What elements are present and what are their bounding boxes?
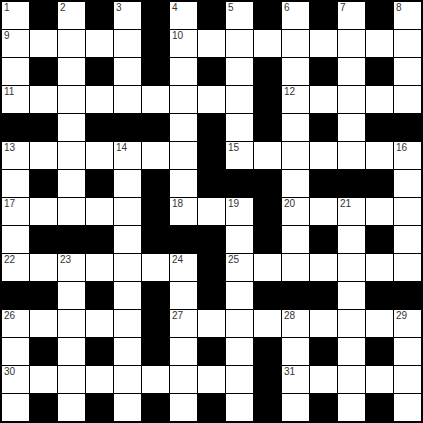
clue-number-16: 16: [396, 142, 407, 154]
black-cell-r4-c10: [254, 86, 281, 113]
clue-number-18: 18: [172, 198, 183, 210]
white-cell-r8-c2[interactable]: [30, 198, 57, 225]
clue-number-8: 8: [396, 2, 402, 14]
white-cell-r4-c8[interactable]: [198, 86, 225, 113]
white-cell-r4-c14[interactable]: [366, 86, 393, 113]
white-cell-r6-c9[interactable]: 15: [226, 142, 253, 169]
black-cell-r5-c15: [394, 114, 421, 141]
white-cell-r8-c3[interactable]: [58, 198, 85, 225]
black-cell-r5-c4: [86, 114, 113, 141]
white-cell-r4-c1[interactable]: 11: [2, 86, 29, 113]
white-cell-r3-c7[interactable]: [170, 58, 197, 85]
black-cell-r15-c14: [366, 394, 393, 421]
white-cell-r4-c6[interactable]: [142, 86, 169, 113]
clue-number-28: 28: [284, 310, 295, 322]
black-cell-r9-c2: [30, 226, 57, 253]
white-cell-r1-c15[interactable]: 8: [394, 2, 421, 29]
white-cell-r6-c15[interactable]: 16: [394, 142, 421, 169]
black-cell-r5-c5: [114, 114, 141, 141]
crossword-grid: 1234567891011121314151617181920212223242…: [0, 0, 423, 423]
white-cell-r12-c4[interactable]: [86, 310, 113, 337]
black-cell-r11-c11: [282, 282, 309, 309]
white-cell-r5-c13[interactable]: [338, 114, 365, 141]
white-cell-r8-c1[interactable]: 17: [2, 198, 29, 225]
black-cell-r7-c6: [142, 170, 169, 197]
white-cell-r6-c13[interactable]: [338, 142, 365, 169]
white-cell-r6-c11[interactable]: [282, 142, 309, 169]
white-cell-r5-c9[interactable]: [226, 114, 253, 141]
white-cell-r12-c7[interactable]: 27: [170, 310, 197, 337]
white-cell-r2-c1[interactable]: 9: [2, 30, 29, 57]
white-cell-r6-c10[interactable]: [254, 142, 281, 169]
white-cell-r2-c14[interactable]: [366, 30, 393, 57]
clue-number-30: 30: [4, 366, 15, 378]
white-cell-r1-c11[interactable]: 6: [282, 2, 309, 29]
clue-number-23: 23: [60, 254, 71, 266]
white-cell-r12-c1[interactable]: 26: [2, 310, 29, 337]
black-cell-r7-c13: [338, 170, 365, 197]
black-cell-r15-c8: [198, 394, 225, 421]
black-cell-r11-c6: [142, 282, 169, 309]
black-cell-r3-c2: [30, 58, 57, 85]
white-cell-r15-c13[interactable]: [338, 394, 365, 421]
black-cell-r13-c8: [198, 338, 225, 365]
black-cell-r9-c7: [170, 226, 197, 253]
black-cell-r13-c12: [310, 338, 337, 365]
clue-number-15: 15: [228, 142, 239, 154]
white-cell-r2-c2[interactable]: [30, 30, 57, 57]
white-cell-r3-c3[interactable]: [58, 58, 85, 85]
white-cell-r6-c7[interactable]: [170, 142, 197, 169]
black-cell-r5-c14: [366, 114, 393, 141]
white-cell-r9-c5[interactable]: [114, 226, 141, 253]
clue-number-17: 17: [4, 198, 15, 210]
white-cell-r11-c9[interactable]: [226, 282, 253, 309]
white-cell-r1-c5[interactable]: 3: [114, 2, 141, 29]
white-cell-r14-c6[interactable]: [142, 366, 169, 393]
white-cell-r12-c10[interactable]: [254, 310, 281, 337]
white-cell-r10-c9[interactable]: 25: [226, 254, 253, 281]
white-cell-r10-c12[interactable]: [310, 254, 337, 281]
white-cell-r7-c5[interactable]: [114, 170, 141, 197]
white-cell-r2-c7[interactable]: 10: [170, 30, 197, 57]
white-cell-r8-c15[interactable]: [394, 198, 421, 225]
white-cell-r2-c15[interactable]: [394, 30, 421, 57]
black-cell-r8-c6: [142, 198, 169, 225]
white-cell-r13-c7[interactable]: [170, 338, 197, 365]
white-cell-r12-c15[interactable]: 29: [394, 310, 421, 337]
white-cell-r6-c12[interactable]: [310, 142, 337, 169]
clue-number-21: 21: [340, 198, 351, 210]
white-cell-r3-c5[interactable]: [114, 58, 141, 85]
black-cell-r1-c6: [142, 2, 169, 29]
black-cell-r13-c6: [142, 338, 169, 365]
white-cell-r14-c15[interactable]: [394, 366, 421, 393]
black-cell-r9-c4: [86, 226, 113, 253]
white-cell-r6-c6[interactable]: [142, 142, 169, 169]
black-cell-r9-c6: [142, 226, 169, 253]
white-cell-r14-c9[interactable]: [226, 366, 253, 393]
white-cell-r6-c14[interactable]: [366, 142, 393, 169]
black-cell-r11-c2: [30, 282, 57, 309]
white-cell-r15-c11[interactable]: [282, 394, 309, 421]
clue-number-4: 4: [172, 2, 178, 14]
white-cell-r10-c15[interactable]: [394, 254, 421, 281]
white-cell-r1-c13[interactable]: 7: [338, 2, 365, 29]
white-cell-r14-c5[interactable]: [114, 366, 141, 393]
white-cell-r15-c5[interactable]: [114, 394, 141, 421]
black-cell-r9-c10: [254, 226, 281, 253]
white-cell-r14-c12[interactable]: [310, 366, 337, 393]
white-cell-r13-c11[interactable]: [282, 338, 309, 365]
white-cell-r8-c4[interactable]: [86, 198, 113, 225]
clue-number-20: 20: [284, 198, 295, 210]
black-cell-r7-c4: [86, 170, 113, 197]
clue-number-2: 2: [60, 2, 66, 14]
white-cell-r11-c7[interactable]: [170, 282, 197, 309]
white-cell-r14-c1[interactable]: 30: [2, 366, 29, 393]
clue-number-25: 25: [228, 254, 239, 266]
black-cell-r7-c12: [310, 170, 337, 197]
white-cell-r2-c13[interactable]: [338, 30, 365, 57]
black-cell-r3-c10: [254, 58, 281, 85]
white-cell-r9-c9[interactable]: [226, 226, 253, 253]
white-cell-r15-c15[interactable]: [394, 394, 421, 421]
white-cell-r7-c3[interactable]: [58, 170, 85, 197]
clue-number-12: 12: [284, 86, 295, 98]
white-cell-r13-c15[interactable]: [394, 338, 421, 365]
white-cell-r2-c4[interactable]: [86, 30, 113, 57]
black-cell-r11-c14: [366, 282, 393, 309]
white-cell-r11-c3[interactable]: [58, 282, 85, 309]
black-cell-r3-c4: [86, 58, 113, 85]
black-cell-r7-c10: [254, 170, 281, 197]
white-cell-r3-c9[interactable]: [226, 58, 253, 85]
black-cell-r3-c12: [310, 58, 337, 85]
clue-number-9: 9: [4, 30, 10, 42]
black-cell-r12-c6: [142, 310, 169, 337]
black-cell-r7-c14: [366, 170, 393, 197]
black-cell-r13-c4: [86, 338, 113, 365]
white-cell-r10-c14[interactable]: [366, 254, 393, 281]
black-cell-r5-c10: [254, 114, 281, 141]
black-cell-r3-c8: [198, 58, 225, 85]
white-cell-r13-c9[interactable]: [226, 338, 253, 365]
white-cell-r6-c1[interactable]: 13: [2, 142, 29, 169]
white-cell-r12-c14[interactable]: [366, 310, 393, 337]
black-cell-r9-c8: [198, 226, 225, 253]
clue-number-6: 6: [284, 2, 290, 14]
white-cell-r10-c13[interactable]: [338, 254, 365, 281]
clue-number-14: 14: [116, 142, 127, 154]
white-cell-r4-c2[interactable]: [30, 86, 57, 113]
white-cell-r1-c1[interactable]: 1: [2, 2, 29, 29]
white-cell-r10-c1[interactable]: 22: [2, 254, 29, 281]
black-cell-r11-c15: [394, 282, 421, 309]
clue-number-11: 11: [4, 86, 14, 98]
white-cell-r12-c2[interactable]: [30, 310, 57, 337]
white-cell-r1-c9[interactable]: 5: [226, 2, 253, 29]
black-cell-r13-c14: [366, 338, 393, 365]
white-cell-r9-c15[interactable]: [394, 226, 421, 253]
black-cell-r8-c10: [254, 198, 281, 225]
black-cell-r5-c6: [142, 114, 169, 141]
black-cell-r1-c10: [254, 2, 281, 29]
white-cell-r10-c7[interactable]: 24: [170, 254, 197, 281]
white-cell-r14-c11[interactable]: 31: [282, 366, 309, 393]
clue-number-24: 24: [172, 254, 183, 266]
white-cell-r15-c1[interactable]: [2, 394, 29, 421]
white-cell-r3-c13[interactable]: [338, 58, 365, 85]
black-cell-r15-c10: [254, 394, 281, 421]
white-cell-r2-c5[interactable]: [114, 30, 141, 57]
white-cell-r10-c5[interactable]: [114, 254, 141, 281]
black-cell-r9-c12: [310, 226, 337, 253]
black-cell-r5-c12: [310, 114, 337, 141]
clue-number-31: 31: [284, 366, 295, 378]
black-cell-r11-c12: [310, 282, 337, 309]
black-cell-r5-c2: [30, 114, 57, 141]
black-cell-r15-c4: [86, 394, 113, 421]
white-cell-r5-c11[interactable]: [282, 114, 309, 141]
clue-number-22: 22: [4, 254, 15, 266]
clue-number-7: 7: [340, 2, 346, 14]
white-cell-r10-c4[interactable]: [86, 254, 113, 281]
white-cell-r8-c11[interactable]: 20: [282, 198, 309, 225]
black-cell-r11-c10: [254, 282, 281, 309]
white-cell-r4-c4[interactable]: [86, 86, 113, 113]
black-cell-r1-c2: [30, 2, 57, 29]
white-cell-r2-c3[interactable]: [58, 30, 85, 57]
black-cell-r1-c4: [86, 2, 113, 29]
white-cell-r10-c6[interactable]: [142, 254, 169, 281]
white-cell-r6-c3[interactable]: [58, 142, 85, 169]
white-cell-r13-c13[interactable]: [338, 338, 365, 365]
white-cell-r8-c8[interactable]: [198, 198, 225, 225]
white-cell-r13-c1[interactable]: [2, 338, 29, 365]
white-cell-r6-c5[interactable]: 14: [114, 142, 141, 169]
black-cell-r3-c14: [366, 58, 393, 85]
white-cell-r5-c3[interactable]: [58, 114, 85, 141]
white-cell-r4-c15[interactable]: [394, 86, 421, 113]
white-cell-r8-c9[interactable]: 19: [226, 198, 253, 225]
black-cell-r15-c6: [142, 394, 169, 421]
white-cell-r6-c2[interactable]: [30, 142, 57, 169]
clue-number-29: 29: [396, 310, 407, 322]
clue-number-1: 1: [4, 2, 10, 14]
white-cell-r15-c9[interactable]: [226, 394, 253, 421]
black-cell-r15-c12: [310, 394, 337, 421]
white-cell-r8-c13[interactable]: 21: [338, 198, 365, 225]
black-cell-r7-c9: [226, 170, 253, 197]
black-cell-r7-c8: [198, 170, 225, 197]
white-cell-r12-c12[interactable]: [310, 310, 337, 337]
black-cell-r1-c14: [366, 2, 393, 29]
white-cell-r4-c5[interactable]: [114, 86, 141, 113]
white-cell-r11-c13[interactable]: [338, 282, 365, 309]
white-cell-r7-c7[interactable]: [170, 170, 197, 197]
white-cell-r2-c8[interactable]: [198, 30, 225, 57]
black-cell-r13-c10: [254, 338, 281, 365]
black-cell-r15-c2: [30, 394, 57, 421]
white-cell-r10-c3[interactable]: 23: [58, 254, 85, 281]
white-cell-r4-c3[interactable]: [58, 86, 85, 113]
black-cell-r9-c14: [366, 226, 393, 253]
black-cell-r6-c8: [198, 142, 225, 169]
white-cell-r12-c11[interactable]: 28: [282, 310, 309, 337]
white-cell-r15-c7[interactable]: [170, 394, 197, 421]
black-cell-r11-c8: [198, 282, 225, 309]
white-cell-r12-c5[interactable]: [114, 310, 141, 337]
white-cell-r14-c4[interactable]: [86, 366, 113, 393]
white-cell-r12-c13[interactable]: [338, 310, 365, 337]
clue-number-5: 5: [228, 2, 234, 14]
clue-number-19: 19: [228, 198, 239, 210]
black-cell-r3-c6: [142, 58, 169, 85]
white-cell-r14-c2[interactable]: [30, 366, 57, 393]
white-cell-r13-c3[interactable]: [58, 338, 85, 365]
white-cell-r9-c13[interactable]: [338, 226, 365, 253]
white-cell-r10-c11[interactable]: [282, 254, 309, 281]
black-cell-r11-c4: [86, 282, 113, 309]
white-cell-r12-c9[interactable]: [226, 310, 253, 337]
white-cell-r9-c11[interactable]: [282, 226, 309, 253]
black-cell-r5-c8: [198, 114, 225, 141]
white-cell-r14-c3[interactable]: [58, 366, 85, 393]
white-cell-r2-c10[interactable]: [254, 30, 281, 57]
white-cell-r1-c7[interactable]: 4: [170, 2, 197, 29]
white-cell-r2-c12[interactable]: [310, 30, 337, 57]
white-cell-r14-c13[interactable]: [338, 366, 365, 393]
white-cell-r3-c1[interactable]: [2, 58, 29, 85]
black-cell-r2-c6: [142, 30, 169, 57]
white-cell-r8-c5[interactable]: [114, 198, 141, 225]
black-cell-r14-c10: [254, 366, 281, 393]
white-cell-r8-c14[interactable]: [366, 198, 393, 225]
white-cell-r2-c9[interactable]: [226, 30, 253, 57]
black-cell-r1-c12: [310, 2, 337, 29]
white-cell-r7-c15[interactable]: [394, 170, 421, 197]
clue-number-10: 10: [172, 30, 183, 42]
white-cell-r14-c8[interactable]: [198, 366, 225, 393]
white-cell-r4-c9[interactable]: [226, 86, 253, 113]
white-cell-r8-c12[interactable]: [310, 198, 337, 225]
white-cell-r14-c14[interactable]: [366, 366, 393, 393]
white-cell-r11-c5[interactable]: [114, 282, 141, 309]
black-cell-r5-c1: [2, 114, 29, 141]
white-cell-r4-c12[interactable]: [310, 86, 337, 113]
white-cell-r13-c5[interactable]: [114, 338, 141, 365]
black-cell-r10-c8: [198, 254, 225, 281]
clue-number-3: 3: [116, 2, 122, 14]
black-cell-r11-c1: [2, 282, 29, 309]
black-cell-r13-c2: [30, 338, 57, 365]
black-cell-r7-c2: [30, 170, 57, 197]
white-cell-r10-c2[interactable]: [30, 254, 57, 281]
white-cell-r10-c10[interactable]: [254, 254, 281, 281]
white-cell-r1-c3[interactable]: 2: [58, 2, 85, 29]
clue-number-13: 13: [4, 142, 15, 154]
black-cell-r1-c8: [198, 2, 225, 29]
white-cell-r7-c1[interactable]: [2, 170, 29, 197]
white-cell-r2-c11[interactable]: [282, 30, 309, 57]
white-cell-r5-c7[interactable]: [170, 114, 197, 141]
white-cell-r8-c7[interactable]: 18: [170, 198, 197, 225]
white-cell-r6-c4[interactable]: [86, 142, 113, 169]
white-cell-r3-c15[interactable]: [394, 58, 421, 85]
white-cell-r12-c3[interactable]: [58, 310, 85, 337]
black-cell-r9-c3: [58, 226, 85, 253]
white-cell-r12-c8[interactable]: [198, 310, 225, 337]
white-cell-r14-c7[interactable]: [170, 366, 197, 393]
white-cell-r3-c11[interactable]: [282, 58, 309, 85]
white-cell-r15-c3[interactable]: [58, 394, 85, 421]
white-cell-r4-c7[interactable]: [170, 86, 197, 113]
white-cell-r4-c13[interactable]: [338, 86, 365, 113]
white-cell-r4-c11[interactable]: 12: [282, 86, 309, 113]
white-cell-r7-c11[interactable]: [282, 170, 309, 197]
white-cell-r9-c1[interactable]: [2, 226, 29, 253]
clue-number-27: 27: [172, 310, 183, 322]
clue-number-26: 26: [4, 310, 15, 322]
